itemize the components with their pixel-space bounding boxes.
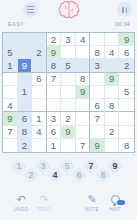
cell-r6c4[interactable] <box>47 99 62 112</box>
cell-r8c2[interactable]: 8 <box>18 126 33 139</box>
cell-r3c9[interactable]: 2 <box>119 59 134 72</box>
sudoku-board: 2349529846198532678919546896132778469221… <box>2 32 135 153</box>
cell-r1c9[interactable]: 9 <box>119 33 134 46</box>
cell-r2c5[interactable] <box>61 46 76 59</box>
brain-icon <box>56 0 82 24</box>
cell-r2c7[interactable]: 8 <box>90 46 105 59</box>
cell-r6c8[interactable]: 8 <box>105 99 120 112</box>
cell-r6c9[interactable] <box>119 99 134 112</box>
difficulty-label: EASY <box>8 21 24 27</box>
cell-r8c3[interactable]: 4 <box>32 126 47 139</box>
cell-r4c9[interactable] <box>119 73 134 86</box>
cell-r7c1[interactable]: 9 <box>3 112 18 125</box>
cell-r2c4[interactable]: 9 <box>47 46 62 59</box>
cell-r7c2[interactable]: 6 <box>18 112 33 125</box>
cell-r2c9[interactable]: 6 <box>119 46 134 59</box>
cell-r8c5[interactable]: 9 <box>61 126 76 139</box>
cell-r9c9[interactable]: 8 <box>119 139 134 152</box>
cell-r3c8[interactable] <box>105 59 120 72</box>
cell-r1c3[interactable] <box>32 33 47 46</box>
pause-icon <box>122 7 124 13</box>
cell-r7c3[interactable]: 1 <box>32 112 47 125</box>
cell-r7c9[interactable] <box>119 112 134 125</box>
cell-r9c7[interactable]: 9 <box>90 139 105 152</box>
hint-button[interactable]: HINT <box>102 194 128 212</box>
cell-r7c7[interactable]: 7 <box>90 112 105 125</box>
hamburger-icon <box>27 6 34 7</box>
cell-r4c3[interactable]: 6 <box>32 73 47 86</box>
cell-r1c1[interactable] <box>3 33 18 46</box>
cell-r9c5[interactable] <box>61 139 76 152</box>
cell-r6c3[interactable] <box>32 99 47 112</box>
cell-r9c1[interactable] <box>3 139 18 152</box>
cell-r6c7[interactable]: 6 <box>90 99 105 112</box>
cell-r7c5[interactable]: 2 <box>61 112 76 125</box>
cell-r3c6[interactable] <box>76 59 91 72</box>
cell-r6c2[interactable] <box>18 99 33 112</box>
cell-r7c4[interactable]: 3 <box>47 112 62 125</box>
cell-r9c2[interactable]: 2 <box>18 139 33 152</box>
cell-r8c8[interactable]: 2 <box>105 126 120 139</box>
cell-r2c6[interactable] <box>76 46 91 59</box>
cell-r4c5[interactable] <box>61 73 76 86</box>
cell-r6c6[interactable] <box>76 99 91 112</box>
cell-r9c4[interactable]: 1 <box>47 139 62 152</box>
cell-r7c8[interactable] <box>105 112 120 125</box>
cell-r5c7[interactable] <box>90 86 105 99</box>
cell-r4c8[interactable]: 9 <box>105 73 120 86</box>
cell-r9c6[interactable]: 7 <box>76 139 91 152</box>
cell-r1c2[interactable] <box>18 33 33 46</box>
cell-r8c9[interactable] <box>119 126 134 139</box>
cell-r1c4[interactable]: 2 <box>47 33 62 46</box>
cell-r5c1[interactable] <box>3 86 18 99</box>
cell-r2c8[interactable]: 4 <box>105 46 120 59</box>
redo-button[interactable]: ↷ REDO <box>31 194 57 212</box>
cell-r1c6[interactable]: 4 <box>76 33 91 46</box>
menu-button[interactable] <box>23 2 38 17</box>
cell-r3c7[interactable]: 3 <box>90 59 105 72</box>
cell-r2c3[interactable]: 2 <box>32 46 47 59</box>
cell-r7c6[interactable] <box>76 112 91 125</box>
cell-r5c4[interactable] <box>47 86 62 99</box>
cell-r5c9[interactable]: 5 <box>119 86 134 99</box>
cell-r5c3[interactable] <box>32 86 47 99</box>
redo-icon: ↷ <box>31 194 57 206</box>
numpad-9[interactable]: 9 <box>107 158 124 175</box>
cell-r6c1[interactable]: 4 <box>3 99 18 112</box>
cell-r1c5[interactable]: 3 <box>61 33 76 46</box>
cell-r2c2[interactable] <box>18 46 33 59</box>
cell-r3c4[interactable]: 8 <box>47 59 62 72</box>
cell-r9c8[interactable] <box>105 139 120 152</box>
cell-r3c2[interactable]: 9 <box>18 59 33 72</box>
cell-r8c6[interactable] <box>76 126 91 139</box>
cell-r3c1[interactable]: 1 <box>3 59 18 72</box>
cell-r5c5[interactable] <box>61 86 76 99</box>
cell-r8c1[interactable]: 7 <box>3 126 18 139</box>
cell-r5c6[interactable]: 9 <box>76 86 91 99</box>
cell-r4c1[interactable] <box>3 73 18 86</box>
cell-r6c5[interactable] <box>61 99 76 112</box>
cell-r3c3[interactable] <box>32 59 47 72</box>
cell-r8c7[interactable] <box>90 126 105 139</box>
cell-r8c4[interactable]: 6 <box>47 126 62 139</box>
cell-r4c7[interactable] <box>90 73 105 86</box>
cell-r1c8[interactable] <box>105 33 120 46</box>
cell-r5c2[interactable]: 1 <box>18 86 33 99</box>
cell-r9c3[interactable] <box>32 139 47 152</box>
cell-r4c4[interactable]: 7 <box>47 73 62 86</box>
cell-r4c2[interactable] <box>18 73 33 86</box>
cell-r5c8[interactable] <box>105 86 120 99</box>
pause-button[interactable] <box>117 2 132 17</box>
cell-r1c7[interactable] <box>90 33 105 46</box>
cell-r3c5[interactable]: 5 <box>61 59 76 72</box>
timer: 00:34 <box>115 21 130 27</box>
hint-badge <box>117 200 125 205</box>
cell-r4c6[interactable]: 8 <box>76 73 91 86</box>
cell-r2c1[interactable]: 5 <box>3 46 18 59</box>
